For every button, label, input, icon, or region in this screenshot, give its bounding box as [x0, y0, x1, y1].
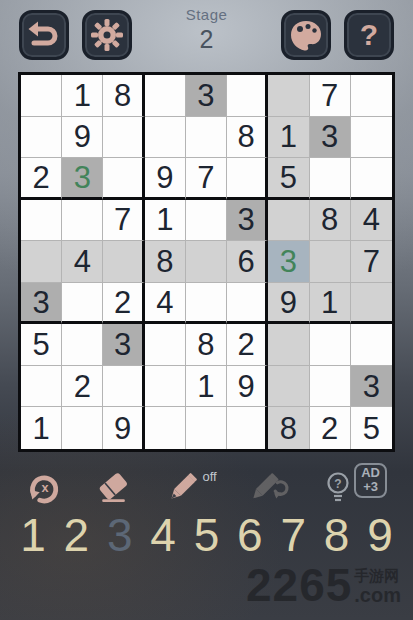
site-watermark: 2265 手游网 .com [246, 558, 401, 612]
cell-r4c7[interactable] [268, 200, 309, 242]
cell-r8c2[interactable]: 2 [62, 366, 103, 408]
cell-r2c5[interactable] [186, 117, 227, 159]
pencil-mode-label: off [203, 469, 217, 484]
pad-digit-5[interactable]: 5 [188, 512, 226, 558]
cell-r5c1[interactable] [21, 241, 62, 283]
cell-r2c2[interactable]: 9 [62, 117, 103, 159]
pencil-refresh-icon [247, 469, 293, 507]
cell-r9c9[interactable]: 5 [351, 407, 392, 449]
cell-r1c7[interactable] [268, 75, 309, 117]
cell-r7c9[interactable] [351, 324, 392, 366]
cell-r6c5[interactable] [186, 283, 227, 325]
top-left-buttons [19, 10, 132, 60]
cell-r6c8[interactable]: 1 [310, 283, 351, 325]
cell-r9c6[interactable] [227, 407, 268, 449]
cell-r8c6[interactable]: 9 [227, 366, 268, 408]
palette-icon [288, 17, 324, 53]
cell-r2c8[interactable]: 3 [310, 117, 351, 159]
cell-r8c7[interactable] [268, 366, 309, 408]
pad-digit-8[interactable]: 8 [318, 512, 356, 558]
cell-r7c8[interactable] [310, 324, 351, 366]
cell-r5c8[interactable] [310, 241, 351, 283]
cell-r8c4[interactable] [145, 366, 186, 408]
cell-r3c4[interactable]: 9 [145, 158, 186, 200]
number-pad: 123456789 [0, 512, 413, 558]
cell-r6c4[interactable]: 4 [145, 283, 186, 325]
top-right-buttons: ? [281, 10, 394, 60]
cell-r1c1[interactable] [21, 75, 62, 117]
cell-r1c6[interactable] [227, 75, 268, 117]
cell-r7c5[interactable]: 8 [186, 324, 227, 366]
svg-text:?: ? [335, 477, 342, 491]
cell-r5c6[interactable]: 6 [227, 241, 268, 283]
cell-r1c9[interactable] [351, 75, 392, 117]
cell-r4c5[interactable] [186, 200, 227, 242]
pad-digit-4[interactable]: 4 [144, 512, 182, 558]
watermark-cn: 手游网 [354, 567, 399, 586]
cell-r3c8[interactable] [310, 158, 351, 200]
pencil-icon [163, 469, 201, 507]
theme-button[interactable] [281, 10, 331, 60]
undo-icon: x [26, 469, 64, 507]
back-button[interactable] [19, 10, 69, 60]
cell-r2c4[interactable] [145, 117, 186, 159]
cell-r6c7[interactable]: 9 [268, 283, 309, 325]
pad-digit-1[interactable]: 1 [14, 512, 52, 558]
cell-r3c5[interactable]: 7 [186, 158, 227, 200]
cell-r8c5[interactable]: 1 [186, 366, 227, 408]
hint-button[interactable]: ? AD +3 [323, 469, 387, 507]
pad-digit-2[interactable]: 2 [57, 512, 95, 558]
pad-digit-3[interactable]: 3 [101, 512, 139, 558]
back-undo-icon [26, 17, 62, 53]
cell-r8c9[interactable]: 3 [351, 366, 392, 408]
ad-badge-line1: AD [361, 466, 380, 480]
cell-r1c3[interactable]: 8 [103, 75, 144, 117]
cell-r4c6[interactable]: 3 [227, 200, 268, 242]
cell-r5c2[interactable]: 4 [62, 241, 103, 283]
cell-r2c7[interactable]: 1 [268, 117, 309, 159]
cell-r5c5[interactable] [186, 241, 227, 283]
cell-r6c6[interactable] [227, 283, 268, 325]
cell-r9c3[interactable]: 9 [103, 407, 144, 449]
cell-r4c1[interactable] [21, 200, 62, 242]
gear-icon [89, 17, 125, 53]
cell-r7c1[interactable]: 5 [21, 324, 62, 366]
cell-r9c4[interactable] [145, 407, 186, 449]
cell-r6c9[interactable] [351, 283, 392, 325]
watermark-number: 2265 [246, 558, 352, 612]
cell-r2c6[interactable]: 8 [227, 117, 268, 159]
settings-button[interactable] [82, 10, 132, 60]
cell-r3c2[interactable]: 3 [62, 158, 103, 200]
cell-r3c3[interactable] [103, 158, 144, 200]
cell-r8c8[interactable] [310, 366, 351, 408]
cell-r4c3[interactable]: 7 [103, 200, 144, 242]
hint-ad-badge: AD +3 [354, 463, 387, 498]
ad-badge-line2: +3 [361, 480, 380, 494]
tool-bar: x off [0, 462, 413, 514]
cell-r7c6[interactable]: 2 [227, 324, 268, 366]
cell-r6c2[interactable] [62, 283, 103, 325]
cell-r1c4[interactable] [145, 75, 186, 117]
cell-r9c1[interactable]: 1 [21, 407, 62, 449]
cell-r6c3[interactable]: 2 [103, 283, 144, 325]
cell-r1c5[interactable]: 3 [186, 75, 227, 117]
pad-digit-7[interactable]: 7 [274, 512, 312, 558]
watermark-com: .com [354, 586, 401, 604]
sudoku-grid: 1837981323975713844863732491538221931982… [18, 72, 395, 452]
pad-digit-6[interactable]: 6 [231, 512, 269, 558]
cell-r5c9[interactable]: 7 [351, 241, 392, 283]
cell-r6c1[interactable]: 3 [21, 283, 62, 325]
undo-button[interactable]: x [26, 469, 64, 507]
cell-r9c8[interactable]: 2 [310, 407, 351, 449]
cell-r5c7[interactable]: 3 [268, 241, 309, 283]
question-mark-icon: ? [360, 18, 378, 52]
cell-r8c3[interactable] [103, 366, 144, 408]
pad-digit-9[interactable]: 9 [361, 512, 399, 558]
svg-text:x: x [41, 481, 48, 495]
eraser-icon [94, 469, 132, 507]
top-bar: ? [0, 8, 413, 62]
cell-r4c4[interactable]: 1 [145, 200, 186, 242]
cell-r5c3[interactable] [103, 241, 144, 283]
pencil-toggle-button[interactable]: off [163, 469, 217, 507]
cell-r1c8[interactable]: 7 [310, 75, 351, 117]
cell-r1c2[interactable]: 1 [62, 75, 103, 117]
cell-r5c4[interactable]: 8 [145, 241, 186, 283]
cell-r8c1[interactable] [21, 366, 62, 408]
cell-r3c7[interactable]: 5 [268, 158, 309, 200]
cell-r9c5[interactable] [186, 407, 227, 449]
cell-r4c8[interactable]: 8 [310, 200, 351, 242]
cell-r2c3[interactable] [103, 117, 144, 159]
cell-r2c1[interactable] [21, 117, 62, 159]
cell-r7c3[interactable]: 3 [103, 324, 144, 366]
watermark-suffix: 手游网 .com [354, 567, 401, 604]
cell-r3c9[interactable] [351, 158, 392, 200]
cell-r7c4[interactable] [145, 324, 186, 366]
help-button[interactable]: ? [344, 10, 394, 60]
hint-bulb-icon: ? [323, 469, 353, 507]
cell-r3c1[interactable]: 2 [21, 158, 62, 200]
cell-r4c9[interactable]: 4 [351, 200, 392, 242]
cell-r9c7[interactable]: 8 [268, 407, 309, 449]
cell-r3c6[interactable] [227, 158, 268, 200]
eraser-button[interactable] [94, 469, 132, 507]
cell-r4c2[interactable] [62, 200, 103, 242]
cell-r9c2[interactable] [62, 407, 103, 449]
auto-pencil-button[interactable] [247, 469, 293, 507]
cell-r7c2[interactable] [62, 324, 103, 366]
cell-r7c7[interactable] [268, 324, 309, 366]
cell-r2c9[interactable] [351, 117, 392, 159]
